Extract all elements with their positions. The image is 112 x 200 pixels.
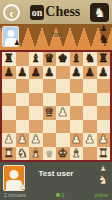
- square-b6[interactable]: [16, 79, 30, 93]
- header: ‹ on Chess ♞: [0, 0, 112, 24]
- square-b5[interactable]: [16, 93, 30, 107]
- square-d8[interactable]: ♛: [43, 52, 57, 66]
- black-rook: ♜: [98, 51, 108, 65]
- captured-black-piece-icon: ♞: [98, 33, 109, 46]
- white-pawn: ♟: [85, 132, 95, 146]
- square-g6[interactable]: [83, 79, 97, 93]
- square-c6[interactable]: [29, 79, 43, 93]
- black-pawn: ♟: [44, 65, 54, 79]
- app-screen: ‹ on Chess ♞ ♟ You ♟♞ ♜♝♛♚♝♞♜♟♟♟♟♟♟♟♛♟♟♟…: [0, 0, 112, 200]
- captured-black-pieces: ♟♞: [98, 24, 109, 46]
- black-rook: ♜: [4, 51, 14, 65]
- black-pawn: ♟: [17, 65, 27, 79]
- white-side-pawn-badge-icon: ♟: [20, 184, 26, 191]
- square-a7[interactable]: ♟: [2, 66, 16, 80]
- green-dot-icon: [56, 193, 60, 197]
- square-f6[interactable]: [70, 79, 84, 93]
- white-pawn: ♟: [98, 132, 108, 146]
- square-h7[interactable]: ♟: [97, 66, 111, 80]
- black-knight: ♞: [85, 51, 95, 65]
- top-player-name: You: [0, 31, 112, 38]
- square-b7[interactable]: ♟: [16, 66, 30, 80]
- logo-chess-text: Chess: [45, 4, 80, 20]
- square-d6[interactable]: [43, 79, 57, 93]
- square-e6[interactable]: [56, 79, 70, 93]
- square-g4[interactable]: [83, 106, 97, 120]
- captured-white-pieces: ♟♞: [97, 164, 109, 187]
- square-a3[interactable]: [2, 120, 16, 134]
- white-rook: ♜: [4, 146, 14, 160]
- captured-white-piece-icon: ♞: [97, 173, 109, 187]
- square-a6[interactable]: [2, 79, 16, 93]
- square-d1[interactable]: ♛: [43, 147, 57, 161]
- square-e3[interactable]: [56, 120, 70, 134]
- square-h6[interactable]: [97, 79, 111, 93]
- bottom-player-bar: ♟ Test user ♟♞ 2 minutes 0 online: [0, 162, 112, 200]
- center-status-value: 0: [61, 192, 64, 198]
- square-d7[interactable]: ♟: [43, 66, 57, 80]
- square-c4[interactable]: [29, 106, 43, 120]
- black-pawn: ♟: [98, 65, 108, 79]
- square-f2[interactable]: ♟: [70, 133, 84, 147]
- chess-board: ♜♝♛♚♝♞♜♟♟♟♟♟♟♟♛♟♟♟♟♟♟♟♜♞♝♛♚♝♜: [2, 52, 110, 160]
- black-pawn: ♟: [4, 65, 14, 79]
- square-a2[interactable]: ♟: [2, 133, 16, 147]
- app-logo: on Chess: [30, 4, 81, 20]
- top-player-bar: ♟ You ♟♞: [0, 24, 112, 50]
- back-button[interactable]: ‹: [3, 4, 20, 21]
- bottom-player-name: Test user: [0, 169, 112, 178]
- black-pawn: ♟: [31, 65, 41, 79]
- square-f5[interactable]: [70, 93, 84, 107]
- white-pawn: ♟: [31, 132, 41, 146]
- black-side-pawn-badge-icon: ♟: [14, 40, 20, 47]
- white-bishop: ♝: [71, 146, 81, 160]
- square-d5[interactable]: [43, 93, 57, 107]
- square-b2[interactable]: ♟: [16, 133, 30, 147]
- pieces-menu-icon[interactable]: ♞: [90, 3, 109, 22]
- square-c3[interactable]: [29, 120, 43, 134]
- white-bishop: ♝: [31, 146, 41, 160]
- square-b1[interactable]: ♞: [16, 147, 30, 161]
- white-pawn: ♟: [58, 105, 68, 119]
- square-e7[interactable]: [56, 66, 70, 80]
- white-king: ♚: [58, 146, 68, 160]
- square-h4[interactable]: [97, 106, 111, 120]
- time-status: 2 minutes: [4, 192, 26, 198]
- white-knight: ♞: [17, 146, 27, 160]
- square-e1[interactable]: ♚: [56, 147, 70, 161]
- square-b3[interactable]: [16, 120, 30, 134]
- square-e4[interactable]: ♟: [56, 106, 70, 120]
- square-a8[interactable]: ♜: [2, 52, 16, 66]
- square-f4[interactable]: [70, 106, 84, 120]
- center-status: 0: [56, 192, 64, 198]
- black-bishop: ♝: [31, 51, 41, 65]
- white-pawn: ♟: [17, 132, 27, 146]
- square-a5[interactable]: [2, 93, 16, 107]
- square-b8[interactable]: [16, 52, 30, 66]
- square-g3[interactable]: [83, 120, 97, 134]
- square-a4[interactable]: [2, 106, 16, 120]
- white-pawn: ♟: [4, 132, 14, 146]
- square-c2[interactable]: ♟: [29, 133, 43, 147]
- square-h1[interactable]: ♜: [97, 147, 111, 161]
- square-c7[interactable]: ♟: [29, 66, 43, 80]
- square-g5[interactable]: [83, 93, 97, 107]
- square-c1[interactable]: ♝: [29, 147, 43, 161]
- square-f1[interactable]: ♝: [70, 147, 84, 161]
- square-g2[interactable]: ♟: [83, 133, 97, 147]
- square-a1[interactable]: ♜: [2, 147, 16, 161]
- ghost-white-queen: ♛: [45, 149, 53, 159]
- black-king: ♚: [58, 51, 68, 65]
- black-bishop: ♝: [71, 51, 81, 65]
- square-c8[interactable]: ♝: [29, 52, 43, 66]
- black-pawn: ♟: [85, 65, 95, 79]
- square-g1[interactable]: [83, 147, 97, 161]
- board-frame: ♜♝♛♚♝♞♜♟♟♟♟♟♟♟♛♟♟♟♟♟♟♟♜♞♝♛♚♝♜: [0, 50, 112, 162]
- online-status: online: [95, 192, 108, 198]
- square-g8[interactable]: ♞: [83, 52, 97, 66]
- square-e2[interactable]: [56, 133, 70, 147]
- logo-on-box: on: [30, 5, 45, 20]
- white-pawn: ♟: [71, 132, 81, 146]
- black-queen: ♛: [44, 51, 54, 65]
- square-g7[interactable]: ♟: [83, 66, 97, 80]
- square-b4[interactable]: [16, 106, 30, 120]
- white-rook: ♜: [98, 146, 108, 160]
- square-h3[interactable]: [97, 120, 111, 134]
- square-c5[interactable]: [29, 93, 43, 107]
- square-h2[interactable]: ♟: [97, 133, 111, 147]
- square-e8[interactable]: ♚: [56, 52, 70, 66]
- square-h8[interactable]: ♜: [97, 52, 111, 66]
- white-queen: ♛: [44, 105, 54, 119]
- square-f7[interactable]: ♟: [70, 66, 84, 80]
- square-h5[interactable]: [97, 93, 111, 107]
- square-d2[interactable]: [43, 133, 57, 147]
- square-e5[interactable]: [56, 93, 70, 107]
- black-pawn: ♟: [71, 65, 81, 79]
- square-f8[interactable]: ♝: [70, 52, 84, 66]
- square-f3[interactable]: [70, 120, 84, 134]
- bottom-status-row: 2 minutes 0 online: [0, 192, 112, 198]
- square-d3[interactable]: [43, 120, 57, 134]
- square-d4[interactable]: ♛: [43, 106, 57, 120]
